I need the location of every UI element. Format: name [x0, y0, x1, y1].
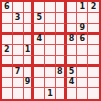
cell-r8c4[interactable]: [34, 78, 45, 89]
cell-r3c7[interactable]: [67, 24, 78, 35]
cell-r5c9[interactable]: [88, 45, 99, 56]
cell-r6c6[interactable]: [56, 56, 67, 67]
cell-r9c1[interactable]: [2, 88, 13, 99]
cell-r5c8[interactable]: [77, 45, 88, 56]
cell-r2c8[interactable]: [77, 13, 88, 24]
cell-r4c6[interactable]: [56, 35, 67, 46]
cell-r4c1[interactable]: [2, 35, 13, 46]
cell-r5c6[interactable]: [56, 45, 67, 56]
cell-r1c8[interactable]: 1: [77, 2, 88, 13]
cell-r5c5[interactable]: [45, 45, 56, 56]
cell-r7c6[interactable]: 8: [56, 67, 67, 78]
cell-r2c4[interactable]: 5: [34, 13, 45, 24]
cell-r9c9[interactable]: [88, 88, 99, 99]
cell-r9c7[interactable]: [67, 88, 78, 99]
cell-r2c3[interactable]: [24, 13, 35, 24]
cell-r7c3[interactable]: [24, 67, 35, 78]
cell-r7c5[interactable]: [45, 67, 56, 78]
cell-r1c4[interactable]: [34, 2, 45, 13]
cell-r3c3[interactable]: [24, 24, 35, 35]
cell-r6c1[interactable]: [2, 56, 13, 67]
cell-r3c1[interactable]: [2, 24, 13, 35]
cell-r6c8[interactable]: [77, 56, 88, 67]
cell-r8c3[interactable]: 9: [24, 78, 35, 89]
cell-r4c5[interactable]: [45, 35, 56, 46]
cell-r9c5[interactable]: 1: [45, 88, 56, 99]
cell-r1c2[interactable]: [13, 2, 24, 13]
cell-r2c2[interactable]: 3: [13, 13, 24, 24]
cell-r1c3[interactable]: [24, 2, 35, 13]
cell-r2c1[interactable]: [2, 13, 13, 24]
cell-r8c7[interactable]: 4: [67, 78, 78, 89]
cell-r8c1[interactable]: [2, 78, 13, 89]
cell-r7c8[interactable]: [77, 67, 88, 78]
cell-r3c9[interactable]: [88, 24, 99, 35]
cell-r3c5[interactable]: [45, 24, 56, 35]
cell-r9c6[interactable]: [56, 88, 67, 99]
sudoku-board: 61235948621785941: [0, 0, 101, 101]
cell-r5c3[interactable]: 1: [24, 45, 35, 56]
cell-r5c2[interactable]: [13, 45, 24, 56]
cell-r4c3[interactable]: [24, 35, 35, 46]
cell-r4c7[interactable]: 8: [67, 35, 78, 46]
cell-r7c1[interactable]: [2, 67, 13, 78]
cell-r1c5[interactable]: [45, 2, 56, 13]
cell-r6c7[interactable]: [67, 56, 78, 67]
cell-r3c8[interactable]: 9: [77, 24, 88, 35]
cell-r1c6[interactable]: [56, 2, 67, 13]
cell-r4c2[interactable]: [13, 35, 24, 46]
cell-r4c8[interactable]: 6: [77, 35, 88, 46]
cell-r5c1[interactable]: 2: [2, 45, 13, 56]
cell-r5c7[interactable]: [67, 45, 78, 56]
cell-r8c5[interactable]: [45, 78, 56, 89]
cell-r4c4[interactable]: 4: [34, 35, 45, 46]
cell-r2c9[interactable]: [88, 13, 99, 24]
cell-r2c7[interactable]: [67, 13, 78, 24]
cell-r3c2[interactable]: [13, 24, 24, 35]
cell-r3c4[interactable]: [34, 24, 45, 35]
cell-r3c6[interactable]: [56, 24, 67, 35]
cell-r9c2[interactable]: [13, 88, 24, 99]
cell-r7c4[interactable]: [34, 67, 45, 78]
cell-r8c2[interactable]: [13, 78, 24, 89]
cell-r1c1[interactable]: 6: [2, 2, 13, 13]
cell-r9c3[interactable]: [24, 88, 35, 99]
cell-r2c6[interactable]: [56, 13, 67, 24]
cell-r7c2[interactable]: 7: [13, 67, 24, 78]
cell-r1c9[interactable]: 2: [88, 2, 99, 13]
cell-r5c4[interactable]: [34, 45, 45, 56]
cell-r8c9[interactable]: [88, 78, 99, 89]
cell-r7c7[interactable]: 5: [67, 67, 78, 78]
cell-r6c5[interactable]: [45, 56, 56, 67]
cell-r6c4[interactable]: [34, 56, 45, 67]
cell-r2c5[interactable]: [45, 13, 56, 24]
cell-r8c6[interactable]: [56, 78, 67, 89]
cell-r4c9[interactable]: [88, 35, 99, 46]
cell-r6c9[interactable]: [88, 56, 99, 67]
cell-r6c3[interactable]: [24, 56, 35, 67]
cell-r6c2[interactable]: [13, 56, 24, 67]
cell-r7c9[interactable]: [88, 67, 99, 78]
cell-r9c8[interactable]: [77, 88, 88, 99]
cell-r9c4[interactable]: [34, 88, 45, 99]
cell-r1c7[interactable]: [67, 2, 78, 13]
cell-r8c8[interactable]: [77, 78, 88, 89]
